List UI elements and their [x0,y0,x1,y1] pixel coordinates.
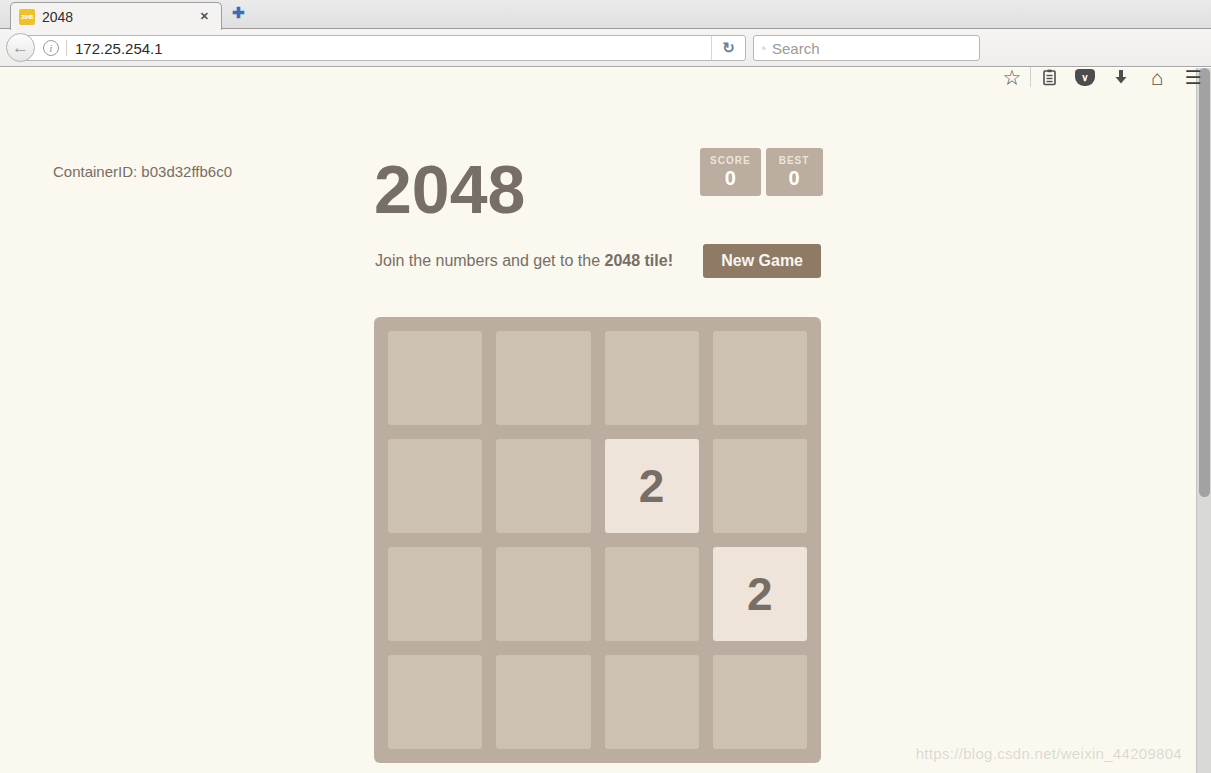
empty-cell [605,331,699,425]
new-tab-button[interactable]: ✚ [232,4,245,22]
score-label: SCORE [710,155,751,166]
empty-cell [605,547,699,641]
tab-title: 2048 [42,9,196,25]
empty-cell [388,439,482,533]
game-board-4x4[interactable]: 22 [374,317,821,763]
empty-cell [605,655,699,749]
search-icon [762,41,766,56]
score-panel: SCORE 0 BEST 0 [700,148,823,196]
empty-cell [496,655,590,749]
url-input[interactable] [75,40,711,57]
search-input[interactable] [772,40,971,57]
empty-cell [713,655,807,749]
reload-icon[interactable]: ↻ [711,36,745,60]
best-label: BEST [779,155,810,166]
back-button[interactable]: ← [6,33,35,62]
empty-cell [496,547,590,641]
subtitle-row: Join the numbers and get to the 2048 til… [375,244,821,278]
url-bar[interactable]: i ↻ [20,35,746,61]
urlbar-divider [66,40,67,56]
empty-cell [713,439,807,533]
bookmarks-menu-icon[interactable] [1031,58,1067,96]
site-info-icon[interactable]: i [43,40,59,56]
score-value: 0 [725,167,736,190]
pocket-icon[interactable]: ∨ [1067,58,1103,96]
empty-cell [496,331,590,425]
watermark-url: https://blog.csdn.net/weixin_44209804 [916,745,1182,762]
page-content: ContainerID: b03d32ffb6c0 2048 SCORE 0 B… [0,68,1196,773]
score-box: SCORE 0 [700,148,761,196]
subtitle-goal-text: 2048 tile! [604,252,672,269]
empty-cell [388,547,482,641]
tab-close-icon[interactable]: ✕ [196,8,213,25]
browser-tab-2048[interactable]: 2048 2048 ✕ [10,2,222,30]
empty-cell [496,439,590,533]
hamburger-menu-icon[interactable]: ☰ [1175,58,1211,96]
vertical-scrollbar[interactable] [1196,68,1211,773]
new-game-button[interactable]: New Game [703,244,821,278]
bookmark-star-icon[interactable]: ☆ [994,58,1030,96]
empty-cell [713,331,807,425]
best-box: BEST 0 [766,148,823,196]
game-subtitle: Join the numbers and get to the 2048 til… [375,252,673,270]
downloads-icon[interactable] [1103,58,1139,96]
toolbar-icons: ☆ ∨ ⌂ ☰ [994,58,1211,96]
container-id-text: ContainerID: b03d32ffb6c0 [53,163,232,180]
home-icon[interactable]: ⌂ [1139,58,1175,96]
scrollbar-thumb[interactable] [1199,68,1210,497]
tab-favicon-2048-icon: 2048 [19,9,35,25]
navigation-toolbar: ← i ↻ ☆ ∨ [0,29,1211,67]
tab-strip: 2048 2048 ✕ ✚ [0,0,1211,29]
tile-2-r2c3: 2 [605,439,699,533]
empty-cell [388,331,482,425]
tile-2-r3c4: 2 [713,547,807,641]
game-title: 2048 [374,154,525,225]
best-value: 0 [789,167,800,190]
empty-cell [388,655,482,749]
search-bar[interactable] [753,35,980,61]
